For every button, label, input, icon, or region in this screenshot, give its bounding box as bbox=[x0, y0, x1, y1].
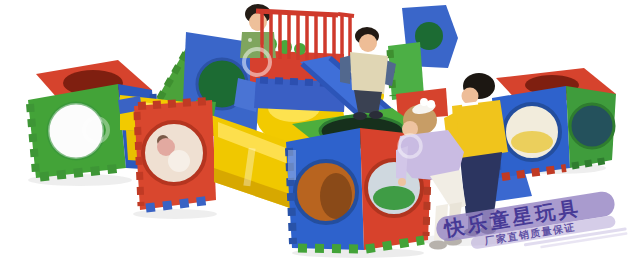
girl-hand bbox=[398, 178, 406, 186]
boy2-face bbox=[359, 34, 377, 52]
boy1-face bbox=[249, 13, 267, 31]
boy2-shoe bbox=[353, 112, 367, 120]
playground-photo: 快乐童星玩具 厂家直销质量保证 bbox=[0, 0, 640, 261]
cube-right bbox=[492, 68, 616, 178]
photo-canvas: 快乐童星玩具 厂家直销质量保证 bbox=[0, 0, 640, 261]
boy2-shoe bbox=[369, 111, 383, 119]
green-ball bbox=[294, 43, 306, 55]
boy2-beige-vest bbox=[350, 52, 388, 94]
boy2-striped-sleeve bbox=[340, 55, 352, 84]
girl-hair-bow bbox=[420, 98, 428, 106]
boy2-pants bbox=[354, 90, 382, 114]
girl-hair-bow bbox=[427, 100, 435, 108]
